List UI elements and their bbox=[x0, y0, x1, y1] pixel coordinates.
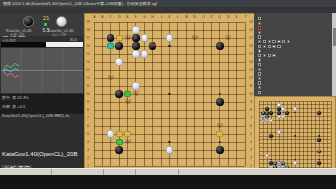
coord-number-right: 4 bbox=[249, 141, 253, 143]
star-point bbox=[168, 93, 170, 95]
coord-letter-top: B bbox=[101, 16, 105, 18]
stat-visits: 64 bbox=[124, 102, 132, 105]
stat-visits: 22 bbox=[107, 78, 115, 81]
coord-letter-top: D bbox=[117, 16, 121, 18]
grid-line-v bbox=[311, 101, 312, 171]
tree-node[interactable] bbox=[258, 91, 261, 94]
coord-number-right: 16 bbox=[249, 45, 253, 47]
grid-line-v bbox=[245, 22, 246, 166]
coord-letter-top: K bbox=[168, 16, 172, 18]
coord-number-left: 8 bbox=[86, 109, 90, 111]
coord-number-left: 5 bbox=[86, 133, 90, 135]
info-line-3: KataGoV1.40(OpenCL)_20B 用时1.4s bbox=[2, 113, 43, 119]
green-suggestion-marker-E10[interactable] bbox=[124, 91, 131, 98]
coord-number-left: 9 bbox=[86, 101, 90, 103]
tree-node[interactable] bbox=[258, 63, 261, 66]
grid-line-h bbox=[259, 143, 331, 144]
white-stone-K17 bbox=[166, 34, 173, 41]
coord-number-right: 3 bbox=[249, 149, 253, 151]
teal-suggestion-marker-C16[interactable] bbox=[107, 43, 114, 50]
grid-line-v bbox=[194, 22, 195, 166]
title-bar: 围棋 2019.1.4b (KataGoV1.40/OpenCL_20B 1/4… bbox=[0, 0, 336, 7]
move-number-label: 7 bbox=[317, 151, 321, 153]
info-line-2: 目差: 黑 +0.5 bbox=[2, 104, 43, 110]
green-suggestion-marker-D4[interactable] bbox=[116, 139, 123, 146]
black-stone-D3 bbox=[115, 146, 122, 153]
window-title: 围棋 2019.1.4b (KataGoV1.40/OpenCL_20B 1/4… bbox=[3, 1, 157, 7]
ghost-suggestion-marker-E5[interactable] bbox=[124, 131, 131, 138]
white-stone-D14 bbox=[269, 119, 273, 123]
white-stone-F18 bbox=[277, 103, 281, 107]
tree-node[interactable] bbox=[282, 40, 285, 43]
black-stone-Q16 bbox=[216, 42, 223, 49]
candidate-stat-label-R17: 57.236 bbox=[224, 36, 232, 41]
coord-letter-top: E bbox=[126, 16, 130, 18]
grid-line-v bbox=[211, 22, 212, 166]
grid-line-h bbox=[259, 147, 331, 148]
tree-node[interactable] bbox=[268, 45, 271, 48]
coord-number-right: 13 bbox=[249, 69, 253, 71]
analysis-info-block: 胜率: 黑 55.3% 目差: 黑 +0.5 KataGoV1.40(OpenC… bbox=[0, 94, 84, 114]
black-stone-D10 bbox=[115, 90, 122, 97]
game-tree-panel[interactable] bbox=[254, 13, 332, 96]
white-stone-G17 bbox=[141, 34, 148, 41]
winrate-graph-svg bbox=[1, 48, 83, 93]
tree-node[interactable] bbox=[258, 81, 261, 84]
white-stone-C14: 2 bbox=[265, 119, 269, 123]
tree-node[interactable] bbox=[258, 72, 261, 75]
move-number-label: 2 bbox=[265, 119, 269, 121]
black-stone-D16 bbox=[269, 111, 273, 115]
tree-node[interactable] bbox=[277, 40, 280, 43]
white-stone-F18 bbox=[132, 26, 139, 33]
ghost-suggestion-marker-D17[interactable] bbox=[116, 35, 123, 42]
coord-number-right: 9 bbox=[249, 101, 253, 103]
tree-scrollbar[interactable] bbox=[332, 13, 336, 96]
grid-line-v bbox=[323, 101, 324, 171]
coord-number-left: 13 bbox=[86, 69, 90, 71]
tree-node[interactable] bbox=[272, 54, 275, 57]
move-number-label: 13 bbox=[281, 162, 285, 164]
black-stone-F17 bbox=[132, 34, 139, 41]
menu-item-显示[interactable]: 显示 bbox=[40, 7, 60, 14]
white-stone-C5 bbox=[107, 130, 114, 137]
coord-number-right: 14 bbox=[249, 61, 253, 63]
coord-number-right: 5 bbox=[249, 133, 253, 135]
tree-node[interactable] bbox=[268, 40, 271, 43]
stat-visits: 57 bbox=[124, 142, 132, 145]
white-stone-K3 bbox=[293, 161, 297, 165]
coord-number-right: 6 bbox=[249, 125, 253, 127]
coord-number-right: 2 bbox=[249, 157, 253, 159]
coord-letter-top: A bbox=[92, 16, 96, 18]
ghost-suggestion-marker-Q5[interactable] bbox=[216, 131, 223, 138]
coord-letter-top: G bbox=[143, 16, 147, 18]
black-stone-Q9 bbox=[317, 138, 321, 142]
coord-number-left: 10 bbox=[86, 93, 90, 95]
tree-node[interactable] bbox=[258, 45, 261, 48]
coord-letter-top: L bbox=[176, 16, 180, 18]
tree-node[interactable] bbox=[258, 58, 261, 61]
coord-number-right: 15 bbox=[249, 53, 253, 55]
info-line-1: 胜率: 黑 55.3% bbox=[2, 95, 43, 101]
tree-node[interactable] bbox=[272, 40, 275, 43]
menu-item-编辑[interactable]: 编辑 bbox=[20, 7, 40, 14]
coord-number-left: 7 bbox=[86, 117, 90, 119]
black-stone-Q9 bbox=[216, 98, 223, 105]
move-number-label: 5 bbox=[265, 116, 269, 118]
grid-line-v bbox=[331, 101, 332, 171]
coord-number-right: 7 bbox=[249, 117, 253, 119]
move-number-label: 1 bbox=[265, 112, 269, 114]
even-indicator-icon bbox=[44, 23, 47, 26]
engine-name: KataGov1.40(OpenCL)_20B bbox=[2, 151, 77, 157]
grid-line-v bbox=[236, 22, 237, 166]
coord-number-left: 15 bbox=[86, 53, 90, 55]
grid-line-v bbox=[203, 22, 204, 166]
tree-node[interactable] bbox=[258, 54, 261, 57]
star-point bbox=[168, 141, 170, 143]
tree-node[interactable] bbox=[258, 40, 261, 43]
tree-node[interactable] bbox=[258, 68, 261, 71]
coord-letter-top: C bbox=[109, 16, 113, 18]
coord-number-left: 11 bbox=[86, 85, 90, 87]
menu-item-文件[interactable]: 文件 bbox=[0, 7, 20, 14]
candidate-stat-label-Q6: 49.541 bbox=[216, 124, 224, 129]
black-stone-Q3 bbox=[317, 161, 321, 165]
tree-node[interactable] bbox=[258, 77, 261, 80]
grid-line-v bbox=[315, 101, 316, 171]
coord-number-left: 19 bbox=[86, 21, 90, 23]
coord-letter-top: M bbox=[185, 16, 189, 18]
tree-node[interactable] bbox=[258, 49, 261, 52]
coord-letter-top: N bbox=[193, 16, 197, 18]
winrate-row-value: 81.6 bbox=[70, 38, 79, 42]
tree-node[interactable] bbox=[258, 35, 261, 38]
candidate-stat-label-E9: 51.864 bbox=[124, 100, 132, 105]
tree-node[interactable] bbox=[258, 22, 261, 25]
candidate-stat-label-E17: 52.689 bbox=[124, 36, 132, 41]
stat-visits: 41 bbox=[216, 126, 224, 129]
tree-node[interactable] bbox=[287, 40, 290, 43]
move-number-label: 3 bbox=[261, 112, 265, 114]
coord-number-left: 17 bbox=[86, 37, 90, 39]
tree-scrollbar-thumb[interactable] bbox=[333, 28, 336, 46]
black-stone-Q6: 7 bbox=[317, 150, 321, 154]
grid-line-h bbox=[94, 166, 245, 167]
winrate-bar-white bbox=[46, 42, 83, 47]
tree-node[interactable] bbox=[277, 45, 280, 48]
coord-letter-top: J bbox=[159, 16, 163, 18]
candidate-stat-label-C12: 45.122 bbox=[107, 76, 115, 81]
star-point bbox=[294, 135, 295, 136]
windows-taskbar: e ∧ 16:07 2020/6/2 bbox=[0, 175, 336, 189]
grid-line-v bbox=[299, 101, 300, 171]
star-point bbox=[294, 159, 295, 160]
star-point bbox=[270, 159, 271, 160]
white-player-avatar bbox=[56, 16, 67, 27]
tree-node[interactable] bbox=[263, 40, 266, 43]
white-stone-K3 bbox=[166, 146, 173, 153]
tree-node[interactable] bbox=[268, 54, 271, 57]
grid-line-h bbox=[94, 118, 245, 119]
black-stone-F16 bbox=[277, 111, 281, 115]
tree-node[interactable] bbox=[272, 45, 275, 48]
black-stone-C16: 1 bbox=[265, 111, 269, 115]
grid-line-v bbox=[307, 101, 308, 171]
white-stone-G15 bbox=[281, 115, 285, 119]
winrate-graph[interactable] bbox=[1, 48, 83, 93]
last-move-marker bbox=[153, 44, 156, 47]
coord-number-left: 14 bbox=[86, 61, 90, 63]
tree-node[interactable] bbox=[263, 45, 266, 48]
coord-letter-top: O bbox=[201, 16, 205, 18]
black-stone-Q3 bbox=[216, 146, 223, 153]
winrate-bar-black: 黑 55.3% bbox=[1, 42, 46, 47]
coord-letter-top: H bbox=[151, 16, 155, 18]
tree-node-current[interactable] bbox=[258, 26, 261, 29]
white-stone-F11 bbox=[132, 82, 139, 89]
tree-node[interactable] bbox=[258, 86, 261, 89]
grid-line-v bbox=[177, 22, 178, 166]
candidate-stat-label-N17: 48.3127 bbox=[191, 36, 199, 41]
coord-number-right: 17 bbox=[249, 37, 253, 39]
black-stone-Q16 bbox=[317, 111, 321, 115]
grid-line-v bbox=[228, 22, 229, 166]
grid-line-v bbox=[327, 101, 328, 171]
black-player-avatar bbox=[23, 16, 34, 27]
menu-item-棋谱[interactable]: 棋谱 bbox=[60, 7, 80, 14]
candidate-stat-label-E4: 50.257 bbox=[124, 140, 132, 145]
black-stone-F16 bbox=[132, 42, 139, 49]
white-stone-C5 bbox=[265, 154, 269, 158]
star-point bbox=[168, 45, 170, 47]
white-stone-F11 bbox=[277, 130, 281, 134]
grid-line-h bbox=[259, 155, 331, 156]
grid-line-h bbox=[94, 110, 245, 111]
stat-visits: 127 bbox=[191, 38, 199, 41]
coord-number-left: 3 bbox=[86, 149, 90, 151]
coord-number-left: 12 bbox=[86, 77, 90, 79]
variation-preview-board[interactable]: 123456789101112131415 bbox=[254, 96, 336, 176]
coord-number-left: 4 bbox=[86, 141, 90, 143]
coord-number-right: 8 bbox=[249, 109, 253, 111]
star-point bbox=[318, 159, 319, 160]
stat-visits: 36 bbox=[224, 38, 232, 41]
black-stone-C17 bbox=[107, 34, 114, 41]
coord-number-left: 2 bbox=[86, 157, 90, 159]
grid-line-h bbox=[94, 158, 245, 159]
star-point bbox=[219, 93, 221, 95]
tree-node[interactable] bbox=[263, 54, 266, 57]
move-number: 21 bbox=[40, 15, 52, 21]
tree-node[interactable] bbox=[258, 17, 261, 20]
coord-letter-top: Q bbox=[218, 16, 222, 18]
coord-number-left: 16 bbox=[86, 45, 90, 47]
black-stone-C15: 5 bbox=[265, 115, 269, 119]
white-stone-F15 bbox=[132, 50, 139, 57]
black-stone-B16: 3 bbox=[261, 111, 265, 115]
winrate-bar: 黑 55.3% bbox=[1, 42, 83, 47]
star-point bbox=[318, 135, 319, 136]
white-stone-G15 bbox=[141, 50, 148, 57]
coord-number-right: 11 bbox=[249, 85, 253, 87]
black-stone-D10 bbox=[269, 134, 273, 138]
coord-number-right: 18 bbox=[249, 29, 253, 31]
go-analysis-window: 围棋 2019.1.4b (KataGoV1.40/OpenCL_20B 1/4… bbox=[0, 0, 336, 189]
coord-number-left: 18 bbox=[86, 29, 90, 31]
white-stone-D14 bbox=[115, 58, 122, 65]
coord-letter-top: R bbox=[226, 16, 230, 18]
grid-line-v bbox=[303, 101, 304, 171]
coord-letter-top: S bbox=[235, 16, 239, 18]
white-stone-G17 bbox=[281, 107, 285, 111]
black-stone-D16 bbox=[115, 42, 122, 49]
white-stone-B14: 6 bbox=[261, 119, 265, 123]
star-point bbox=[219, 141, 221, 143]
coord-number-left: 1 bbox=[86, 165, 90, 167]
coord-letter-top: P bbox=[210, 16, 214, 18]
coord-number-right: 12 bbox=[249, 77, 253, 79]
move-number-label: 6 bbox=[261, 119, 265, 121]
coord-number-right: 10 bbox=[249, 93, 253, 95]
grid-line-v bbox=[186, 22, 187, 166]
candidate-stat-label-F10: 54.778 bbox=[132, 92, 140, 97]
stat-visits: 78 bbox=[132, 94, 140, 97]
coord-number-right: 1 bbox=[249, 165, 253, 167]
stat-visits: 89 bbox=[124, 38, 132, 41]
players-panel: 21 5.5 KataGo_v1.40 KataGo_v1.40 执黑 20B … bbox=[0, 14, 84, 36]
main-go-board[interactable]: AA1919BB1818CC1717DD1616EE1515FF1414GG13… bbox=[84, 13, 255, 175]
coord-number-left: 6 bbox=[86, 125, 90, 127]
black-stone-H16 bbox=[285, 111, 289, 115]
coord-number-right: 19 bbox=[249, 21, 253, 23]
ghost-suggestion-marker-D5[interactable] bbox=[116, 131, 123, 138]
tree-node[interactable] bbox=[258, 31, 261, 34]
white-stone-K17 bbox=[293, 107, 297, 111]
coord-letter-top: T bbox=[243, 16, 247, 18]
coord-letter-top: F bbox=[134, 16, 138, 18]
